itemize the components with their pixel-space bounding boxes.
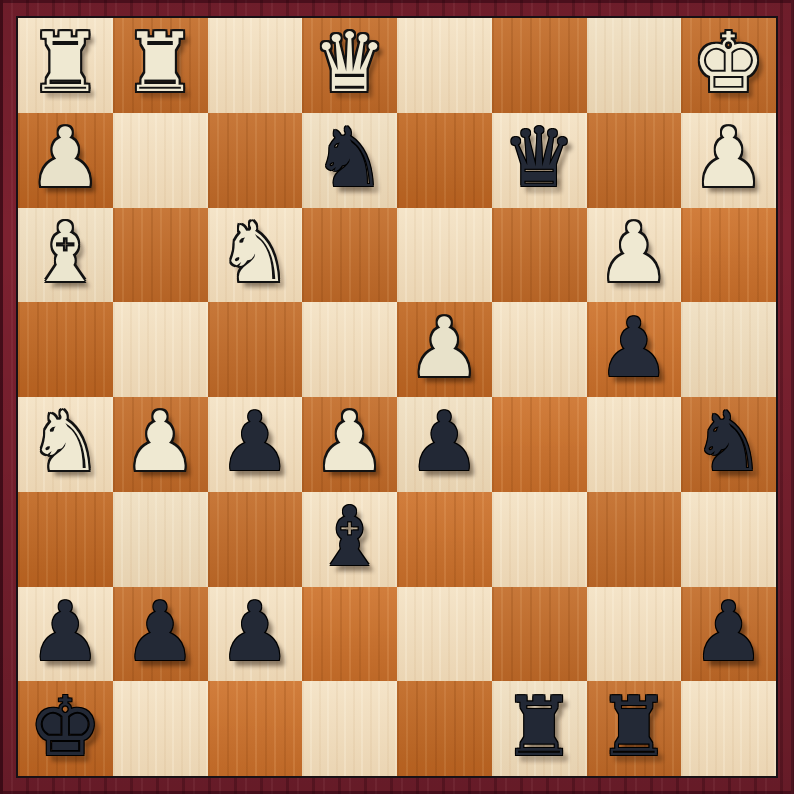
square-f1[interactable]: ♜: [492, 681, 587, 776]
piece-white-pawn: ♟: [597, 212, 671, 294]
piece-black-pawn: ♟: [218, 401, 292, 483]
square-e5[interactable]: ♟: [397, 302, 492, 397]
piece-black-bishop: ♝: [313, 496, 387, 578]
square-a8[interactable]: ♜: [18, 18, 113, 113]
square-h4[interactable]: ♞: [681, 397, 776, 492]
square-b4[interactable]: ♟: [113, 397, 208, 492]
square-d4[interactable]: ♟: [302, 397, 397, 492]
piece-black-rook: ♜: [597, 686, 671, 768]
square-e7[interactable]: [397, 113, 492, 208]
square-f7[interactable]: ♛: [492, 113, 587, 208]
piece-black-pawn: ♟: [692, 591, 766, 673]
piece-white-pawn: ♟: [313, 401, 387, 483]
square-f4[interactable]: [492, 397, 587, 492]
piece-white-pawn: ♟: [408, 307, 482, 389]
square-h8[interactable]: ♚: [681, 18, 776, 113]
chess-board: ♜♜♛♚♟♞♛♟♝♞♟♟♟♞♟♟♟♟♞♝♟♟♟♟♚♜♜: [18, 18, 776, 776]
square-d7[interactable]: ♞: [302, 113, 397, 208]
piece-white-pawn: ♟: [29, 117, 103, 199]
piece-black-queen: ♛: [502, 117, 576, 199]
square-c6[interactable]: ♞: [208, 208, 303, 303]
square-c7[interactable]: [208, 113, 303, 208]
square-g7[interactable]: [587, 113, 682, 208]
square-a4[interactable]: ♞: [18, 397, 113, 492]
square-b5[interactable]: [113, 302, 208, 397]
piece-white-bishop: ♝: [29, 212, 103, 294]
square-c3[interactable]: [208, 492, 303, 587]
square-e4[interactable]: ♟: [397, 397, 492, 492]
square-g8[interactable]: [587, 18, 682, 113]
square-c1[interactable]: [208, 681, 303, 776]
square-b8[interactable]: ♜: [113, 18, 208, 113]
square-d2[interactable]: [302, 587, 397, 682]
square-b7[interactable]: [113, 113, 208, 208]
piece-black-knight: ♞: [313, 117, 387, 199]
square-b6[interactable]: [113, 208, 208, 303]
square-d8[interactable]: ♛: [302, 18, 397, 113]
square-d1[interactable]: [302, 681, 397, 776]
square-f2[interactable]: [492, 587, 587, 682]
square-c2[interactable]: ♟: [208, 587, 303, 682]
piece-white-rook: ♜: [29, 22, 103, 104]
square-h6[interactable]: [681, 208, 776, 303]
square-c4[interactable]: ♟: [208, 397, 303, 492]
square-e1[interactable]: [397, 681, 492, 776]
piece-black-knight: ♞: [692, 401, 766, 483]
square-a1[interactable]: ♚: [18, 681, 113, 776]
square-b2[interactable]: ♟: [113, 587, 208, 682]
piece-white-pawn: ♟: [692, 117, 766, 199]
square-d5[interactable]: [302, 302, 397, 397]
board-frame: ♜♜♛♚♟♞♛♟♝♞♟♟♟♞♟♟♟♟♞♝♟♟♟♟♚♜♜: [0, 0, 794, 794]
square-g3[interactable]: [587, 492, 682, 587]
square-e2[interactable]: [397, 587, 492, 682]
square-f3[interactable]: [492, 492, 587, 587]
square-h7[interactable]: ♟: [681, 113, 776, 208]
square-g5[interactable]: ♟: [587, 302, 682, 397]
square-h5[interactable]: [681, 302, 776, 397]
square-g1[interactable]: ♜: [587, 681, 682, 776]
square-b1[interactable]: [113, 681, 208, 776]
square-h1[interactable]: [681, 681, 776, 776]
square-f6[interactable]: [492, 208, 587, 303]
square-c8[interactable]: [208, 18, 303, 113]
square-f8[interactable]: [492, 18, 587, 113]
square-a5[interactable]: [18, 302, 113, 397]
square-h2[interactable]: ♟: [681, 587, 776, 682]
square-g4[interactable]: [587, 397, 682, 492]
square-e6[interactable]: [397, 208, 492, 303]
piece-black-pawn: ♟: [218, 591, 292, 673]
square-h3[interactable]: [681, 492, 776, 587]
square-a3[interactable]: [18, 492, 113, 587]
piece-black-pawn: ♟: [408, 401, 482, 483]
square-e3[interactable]: [397, 492, 492, 587]
square-a7[interactable]: ♟: [18, 113, 113, 208]
piece-black-pawn: ♟: [123, 591, 197, 673]
square-f5[interactable]: [492, 302, 587, 397]
square-c5[interactable]: [208, 302, 303, 397]
square-b3[interactable]: [113, 492, 208, 587]
square-a2[interactable]: ♟: [18, 587, 113, 682]
piece-white-knight: ♞: [218, 212, 292, 294]
piece-white-queen: ♛: [313, 22, 387, 104]
piece-black-king: ♚: [29, 686, 103, 768]
square-d6[interactable]: [302, 208, 397, 303]
piece-white-pawn: ♟: [123, 401, 197, 483]
piece-white-knight: ♞: [29, 401, 103, 483]
square-g2[interactable]: [587, 587, 682, 682]
square-g6[interactable]: ♟: [587, 208, 682, 303]
piece-white-rook: ♜: [123, 22, 197, 104]
piece-black-rook: ♜: [502, 686, 576, 768]
piece-black-pawn: ♟: [597, 307, 671, 389]
square-d3[interactable]: ♝: [302, 492, 397, 587]
piece-white-king: ♚: [692, 22, 766, 104]
square-e8[interactable]: [397, 18, 492, 113]
piece-black-pawn: ♟: [29, 591, 103, 673]
square-a6[interactable]: ♝: [18, 208, 113, 303]
